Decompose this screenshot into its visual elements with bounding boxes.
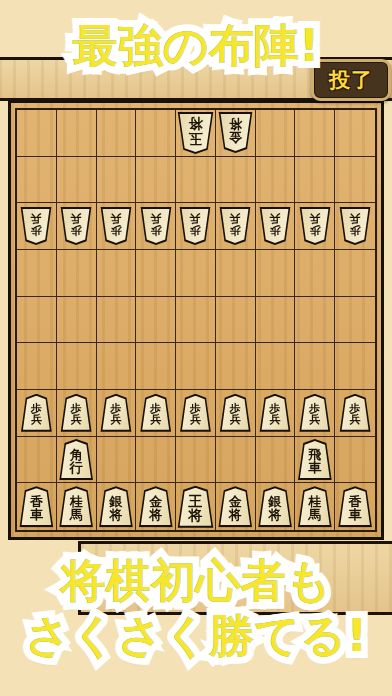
board-cell[interactable]: [216, 343, 256, 390]
shogi-piece-sente[interactable]: 香車: [338, 486, 373, 527]
board-cell[interactable]: [256, 110, 296, 157]
piece-face: 歩兵: [301, 209, 329, 243]
piece-kanji: 歩: [31, 225, 42, 236]
board-cell[interactable]: [256, 437, 296, 484]
shogi-board-grid: 玉将金将歩兵歩兵歩兵歩兵歩兵歩兵歩兵歩兵歩兵歩兵歩兵歩兵歩兵歩兵歩兵歩兵歩兵歩兵…: [15, 108, 377, 532]
board-cell[interactable]: [335, 343, 375, 390]
piece-kanji: 兵: [31, 414, 42, 425]
piece-kanji: 将: [269, 508, 282, 521]
piece-kanji: 香: [30, 495, 43, 508]
piece-kanji: 歩: [270, 225, 281, 236]
piece-face: 角行: [61, 441, 92, 478]
piece-kanji: 金: [229, 131, 242, 144]
shogi-piece-gote[interactable]: 歩兵: [140, 207, 172, 245]
piece-face: 桂馬: [299, 488, 330, 525]
board-cell[interactable]: [335, 297, 375, 344]
piece-face: 金将: [220, 488, 251, 525]
board-cell[interactable]: [176, 250, 216, 297]
board-cell[interactable]: [176, 343, 216, 390]
resign-button-label: 投了: [329, 66, 373, 94]
tagline-line2: さくさく勝てる! さくさく勝てる! さくさく勝てる!: [0, 606, 392, 666]
piece-face: 歩兵: [102, 209, 130, 243]
board-cell[interactable]: 歩兵: [17, 390, 57, 437]
shogi-piece-sente[interactable]: 桂馬: [297, 486, 332, 527]
piece-kanji: 兵: [110, 213, 121, 224]
board-cell[interactable]: [17, 157, 57, 204]
board-cell[interactable]: [17, 297, 57, 344]
shogi-piece-sente[interactable]: 角行: [59, 439, 94, 480]
board-cell[interactable]: 歩兵: [176, 203, 216, 250]
piece-face: 銀将: [260, 488, 291, 525]
board-cell[interactable]: [216, 437, 256, 484]
board-cell[interactable]: [57, 157, 97, 204]
shogi-piece-sente[interactable]: 歩兵: [259, 394, 291, 432]
piece-face: 香車: [340, 488, 371, 525]
board-cell[interactable]: 歩兵: [136, 203, 176, 250]
shogi-piece-sente[interactable]: 歩兵: [140, 394, 172, 432]
piece-face: 歩兵: [142, 209, 170, 243]
board-cell[interactable]: [295, 343, 335, 390]
board-cell[interactable]: [97, 297, 137, 344]
board-cell[interactable]: [256, 297, 296, 344]
board-cell[interactable]: [176, 297, 216, 344]
shogi-piece-sente[interactable]: 歩兵: [299, 394, 331, 432]
piece-kanji: 車: [308, 461, 321, 474]
piece-kanji: 将: [149, 508, 162, 521]
board-cell[interactable]: [256, 157, 296, 204]
board-cell[interactable]: [335, 110, 375, 157]
piece-face: 香車: [21, 488, 52, 525]
piece-kanji: 兵: [71, 213, 82, 224]
piece-kanji: 兵: [71, 414, 82, 425]
board-cell[interactable]: 歩兵: [176, 390, 216, 437]
piece-kanji: 兵: [230, 213, 241, 224]
board-cell[interactable]: 香車: [17, 483, 57, 530]
shogi-piece-gote[interactable]: 歩兵: [179, 207, 211, 245]
piece-face: 金将: [220, 114, 251, 151]
piece-face: 歩兵: [221, 209, 249, 243]
board-cell[interactable]: 歩兵: [335, 203, 375, 250]
board-cell[interactable]: [136, 343, 176, 390]
board-cell[interactable]: [136, 297, 176, 344]
shogi-piece-sente[interactable]: 王将: [177, 486, 214, 528]
piece-kanji: 歩: [230, 225, 241, 236]
shogi-piece-sente[interactable]: 銀将: [258, 486, 293, 527]
piece-kanji: 兵: [270, 414, 281, 425]
piece-kanji: 王: [188, 494, 202, 508]
shogi-piece-sente[interactable]: 銀将: [98, 486, 133, 527]
piece-kanji: 歩: [350, 225, 361, 236]
shogi-piece-sente[interactable]: 歩兵: [60, 394, 92, 432]
board-cell[interactable]: [216, 250, 256, 297]
shogi-piece-gote[interactable]: 歩兵: [299, 207, 331, 245]
piece-kanji: 将: [229, 118, 242, 131]
shogi-piece-sente[interactable]: 歩兵: [179, 394, 211, 432]
piece-kanji: 兵: [350, 414, 361, 425]
piece-kanji: 桂: [70, 495, 83, 508]
shogi-piece-sente[interactable]: 歩兵: [20, 394, 52, 432]
resign-button[interactable]: 投了: [311, 59, 391, 101]
piece-kanji: 将: [229, 508, 242, 521]
piece-kanji: 兵: [190, 414, 201, 425]
board-cell[interactable]: 歩兵: [97, 390, 137, 437]
piece-kanji: 玉: [188, 131, 202, 145]
piece-kanji: 行: [70, 461, 83, 474]
piece-face: 玉将: [179, 114, 212, 152]
board-cell[interactable]: [295, 250, 335, 297]
board-cell[interactable]: 飛車: [295, 437, 335, 484]
board-cell[interactable]: [57, 343, 97, 390]
board-cell[interactable]: [97, 250, 137, 297]
piece-kanji: 兵: [150, 213, 161, 224]
shogi-piece-gote[interactable]: 玉将: [177, 112, 214, 154]
piece-kanji: 馬: [70, 508, 83, 521]
piece-kanji: 歩: [309, 225, 320, 236]
shogi-piece-gote[interactable]: 歩兵: [60, 207, 92, 245]
tagline2-glow: さくさく勝てる!: [25, 606, 367, 666]
board-cell[interactable]: [97, 157, 137, 204]
piece-kanji: 兵: [230, 414, 241, 425]
board-cell[interactable]: [17, 110, 57, 157]
board-cell[interactable]: 歩兵: [17, 203, 57, 250]
board-cell[interactable]: 歩兵: [57, 390, 97, 437]
piece-face: 歩兵: [301, 396, 329, 430]
board-cell[interactable]: [216, 157, 256, 204]
board-cell[interactable]: 王将: [176, 483, 216, 530]
board-cell[interactable]: [256, 343, 296, 390]
piece-kanji: 車: [349, 508, 362, 521]
board-cell[interactable]: 桂馬: [57, 483, 97, 530]
shogi-piece-sente[interactable]: 金将: [138, 486, 173, 527]
board-cell[interactable]: 角行: [57, 437, 97, 484]
board-cell[interactable]: [335, 157, 375, 204]
piece-face: 桂馬: [61, 488, 92, 525]
board-cell[interactable]: 金将: [136, 483, 176, 530]
piece-face: 歩兵: [22, 209, 50, 243]
piece-face: 歩兵: [142, 396, 170, 430]
tagline2-text: さくさく勝てる!: [25, 609, 367, 662]
shogi-board: 玉将金将歩兵歩兵歩兵歩兵歩兵歩兵歩兵歩兵歩兵歩兵歩兵歩兵歩兵歩兵歩兵歩兵歩兵歩兵…: [8, 100, 384, 540]
board-cell[interactable]: [295, 157, 335, 204]
board-cell[interactable]: 玉将: [176, 110, 216, 157]
board-cell[interactable]: [216, 297, 256, 344]
piece-kanji: 香: [349, 495, 362, 508]
piece-kanji: 角: [70, 448, 83, 461]
board-cell[interactable]: 金将: [216, 483, 256, 530]
board-cell[interactable]: 銀将: [256, 483, 296, 530]
shogi-piece-gote[interactable]: 金将: [218, 112, 253, 153]
piece-kanji: 歩: [150, 225, 161, 236]
piece-kanji: 兵: [110, 414, 121, 425]
board-cell[interactable]: [176, 437, 216, 484]
shogi-piece-sente[interactable]: 金将: [218, 486, 253, 527]
board-cell[interactable]: 歩兵: [136, 390, 176, 437]
shogi-piece-sente[interactable]: 香車: [19, 486, 54, 527]
board-cell[interactable]: [97, 110, 137, 157]
board-cell[interactable]: 金将: [216, 110, 256, 157]
piece-face: 金将: [140, 488, 171, 525]
board-cell[interactable]: [57, 110, 97, 157]
shogi-piece-sente[interactable]: 歩兵: [339, 394, 371, 432]
piece-kanji: 兵: [309, 213, 320, 224]
board-cell[interactable]: [256, 250, 296, 297]
piece-kanji: 桂: [308, 495, 321, 508]
board-cell[interactable]: [335, 437, 375, 484]
piece-kanji: 金: [229, 495, 242, 508]
board-cell[interactable]: [97, 437, 137, 484]
board-cell[interactable]: 銀将: [97, 483, 137, 530]
board-cell[interactable]: [17, 343, 57, 390]
shogi-piece-sente[interactable]: 飛車: [297, 439, 332, 480]
shogi-piece-sente[interactable]: 歩兵: [219, 394, 251, 432]
board-cell[interactable]: [176, 157, 216, 204]
piece-face: 歩兵: [62, 396, 90, 430]
board-cell[interactable]: [136, 110, 176, 157]
piece-face: 歩兵: [22, 396, 50, 430]
piece-kanji: 歩: [71, 225, 82, 236]
board-cell[interactable]: 歩兵: [256, 203, 296, 250]
board-cell[interactable]: 香車: [335, 483, 375, 530]
piece-face: 歩兵: [341, 209, 369, 243]
piece-kanji: 車: [30, 508, 43, 521]
board-cell[interactable]: [136, 157, 176, 204]
piece-kanji: 飛: [308, 448, 321, 461]
shogi-piece-gote[interactable]: 歩兵: [339, 207, 371, 245]
piece-face: 飛車: [299, 441, 330, 478]
piece-face: 歩兵: [102, 396, 130, 430]
board-cell[interactable]: [57, 297, 97, 344]
shogi-piece-sente[interactable]: 桂馬: [59, 486, 94, 527]
tagline2-outline: さくさく勝てる!: [25, 606, 367, 666]
piece-kanji: 歩: [190, 225, 201, 236]
piece-kanji: 将: [109, 508, 122, 521]
board-cell[interactable]: 歩兵: [256, 390, 296, 437]
board-cell[interactable]: [136, 437, 176, 484]
piece-face: 歩兵: [261, 209, 289, 243]
board-cell[interactable]: 桂馬: [295, 483, 335, 530]
piece-face: 王将: [179, 488, 212, 526]
shogi-piece-gote[interactable]: 歩兵: [219, 207, 251, 245]
board-cell[interactable]: 歩兵: [57, 203, 97, 250]
piece-face: 歩兵: [181, 209, 209, 243]
piece-kanji: 兵: [270, 213, 281, 224]
piece-face: 歩兵: [341, 396, 369, 430]
piece-kanji: 兵: [309, 414, 320, 425]
piece-kanji: 将: [188, 117, 202, 131]
board-cell[interactable]: 歩兵: [295, 390, 335, 437]
shogi-piece-sente[interactable]: 歩兵: [100, 394, 132, 432]
piece-kanji: 将: [188, 508, 202, 522]
shogi-piece-gote[interactable]: 歩兵: [20, 207, 52, 245]
shogi-piece-gote[interactable]: 歩兵: [259, 207, 291, 245]
board-cell[interactable]: [295, 110, 335, 157]
piece-kanji: 銀: [269, 495, 282, 508]
piece-face: 歩兵: [181, 396, 209, 430]
piece-kanji: 兵: [31, 213, 42, 224]
board-cell[interactable]: [335, 250, 375, 297]
piece-kanji: 馬: [308, 508, 321, 521]
piece-face: 銀将: [100, 488, 131, 525]
piece-face: 歩兵: [261, 396, 289, 430]
board-cell[interactable]: [136, 250, 176, 297]
player-piece-stand: [78, 541, 392, 615]
board-cell[interactable]: 歩兵: [335, 390, 375, 437]
board-cell[interactable]: 歩兵: [216, 390, 256, 437]
piece-face: 歩兵: [221, 396, 249, 430]
board-cell[interactable]: 歩兵: [97, 203, 137, 250]
shogi-piece-gote[interactable]: 歩兵: [100, 207, 132, 245]
board-cell[interactable]: [97, 343, 137, 390]
board-cell[interactable]: [57, 250, 97, 297]
piece-face: 歩兵: [62, 209, 90, 243]
piece-kanji: 兵: [190, 213, 201, 224]
board-cell[interactable]: 歩兵: [216, 203, 256, 250]
board-cell[interactable]: [17, 437, 57, 484]
board-cell[interactable]: [17, 250, 57, 297]
piece-kanji: 兵: [350, 213, 361, 224]
board-cell[interactable]: [295, 297, 335, 344]
piece-kanji: 金: [149, 495, 162, 508]
piece-kanji: 兵: [150, 414, 161, 425]
board-cell[interactable]: 歩兵: [295, 203, 335, 250]
piece-kanji: 歩: [110, 225, 121, 236]
piece-kanji: 銀: [109, 495, 122, 508]
